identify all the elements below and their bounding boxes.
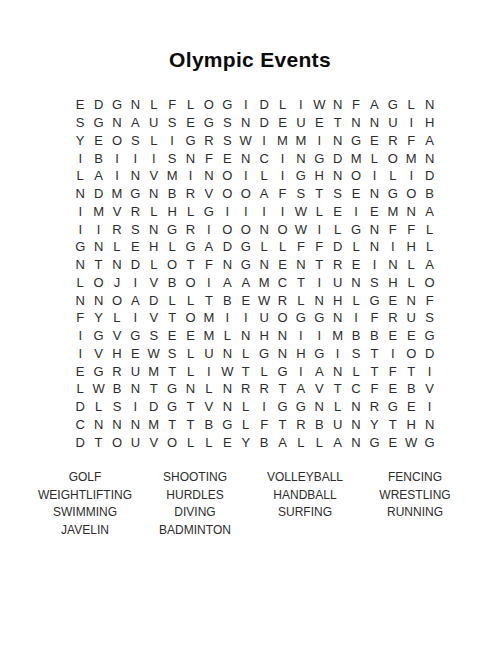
grid-cell-r10c8: F <box>200 256 218 274</box>
grid-cell-r4c20: N <box>420 149 438 167</box>
grid-cell-r14c5: S <box>145 327 163 345</box>
grid-cell-r10c9: N <box>218 256 236 274</box>
grid-cell-r18c8: V <box>200 398 218 416</box>
grid-cell-r2c9: S <box>218 114 236 132</box>
grid-cell-r8c15: L <box>328 220 346 238</box>
grid-cell-r19c2: N <box>89 416 107 434</box>
grid-cell-r12c2: N <box>89 291 107 309</box>
grid-cell-r9c9: D <box>218 238 236 256</box>
grid-cell-r1c6: F <box>163 96 181 114</box>
grid-cell-r10c6: O <box>163 256 181 274</box>
word-item-volleyball: VOLLEYBALL <box>250 469 360 487</box>
grid-cell-r17c5: T <box>145 380 163 398</box>
grid-cell-r15c5: W <box>145 345 163 363</box>
grid-cell-r17c7: N <box>181 380 199 398</box>
grid-cell-r8c18: F <box>384 220 402 238</box>
grid-cell-r16c4: U <box>126 362 144 380</box>
grid-cell-r6c9: O <box>218 185 236 203</box>
grid-cell-r16c9: W <box>218 362 236 380</box>
grid-cell-r9c2: N <box>89 238 107 256</box>
grid-cell-r9c3: L <box>108 238 126 256</box>
grid-cell-r9c6: L <box>163 238 181 256</box>
grid-cell-r3c16: G <box>347 132 365 150</box>
grid-cell-r12c18: E <box>384 291 402 309</box>
grid-cell-r7c7: L <box>181 203 199 221</box>
grid-cell-r4c12: I <box>273 149 291 167</box>
grid-cell-r10c16: E <box>347 256 365 274</box>
grid-cell-r2c4: A <box>126 114 144 132</box>
grid-cell-r1c14: W <box>310 96 328 114</box>
grid-cell-r15c1: I <box>71 345 89 363</box>
word-item-fencing: FENCING <box>360 469 470 487</box>
grid-cell-r17c9: N <box>218 380 236 398</box>
grid-cell-r12c10: E <box>237 291 255 309</box>
grid-cell-r20c1: D <box>71 433 89 451</box>
grid-cell-r10c15: R <box>328 256 346 274</box>
grid-cell-r2c16: N <box>347 114 365 132</box>
grid-cell-r16c14: A <box>310 362 328 380</box>
grid-cell-r10c10: G <box>237 256 255 274</box>
grid-cell-r19c6: T <box>163 416 181 434</box>
grid-cell-r2c2: G <box>89 114 107 132</box>
grid-cell-r17c12: T <box>273 380 291 398</box>
grid-cell-r13c20: S <box>420 309 438 327</box>
grid-cell-r15c13: H <box>292 345 310 363</box>
grid-cell-r18c9: N <box>218 398 236 416</box>
grid-cell-r15c20: D <box>420 345 438 363</box>
grid-cell-r3c9: S <box>218 132 236 150</box>
grid-cell-r14c12: N <box>273 327 291 345</box>
grid-cell-r10c1: N <box>71 256 89 274</box>
grid-cell-r10c2: T <box>89 256 107 274</box>
grid-cell-r3c4: S <box>126 132 144 150</box>
grid-cell-r7c1: I <box>71 203 89 221</box>
grid-cell-r6c12: F <box>273 185 291 203</box>
grid-cell-r18c1: D <box>71 398 89 416</box>
grid-cell-r17c6: G <box>163 380 181 398</box>
grid-cell-r6c10: O <box>237 185 255 203</box>
grid-cell-r6c11: A <box>255 185 273 203</box>
grid-cell-r14c16: B <box>347 327 365 345</box>
grid-cell-r14c18: E <box>384 327 402 345</box>
grid-cell-r6c13: S <box>292 185 310 203</box>
grid-cell-r1c11: D <box>255 96 273 114</box>
grid-cell-r3c1: Y <box>71 132 89 150</box>
grid-cell-r13c14: G <box>310 309 328 327</box>
grid-cell-r16c8: I <box>200 362 218 380</box>
grid-cell-r14c11: H <box>255 327 273 345</box>
grid-cell-r4c18: O <box>384 149 402 167</box>
grid-cell-r4c11: C <box>255 149 273 167</box>
grid-cell-r5c11: L <box>255 167 273 185</box>
grid-cell-r14c15: M <box>328 327 346 345</box>
grid-cell-r1c2: D <box>89 96 107 114</box>
grid-cell-r9c7: G <box>181 238 199 256</box>
grid-cell-r4c1: I <box>71 149 89 167</box>
grid-cell-r8c2: I <box>89 220 107 238</box>
grid-cell-r16c15: N <box>328 362 346 380</box>
grid-cell-r11c8: I <box>200 274 218 292</box>
grid-cell-r8c7: R <box>181 220 199 238</box>
grid-cell-r2c12: E <box>273 114 291 132</box>
grid-cell-r16c5: M <box>145 362 163 380</box>
grid-cell-r8c16: G <box>347 220 365 238</box>
grid-cell-r10c18: N <box>384 256 402 274</box>
grid-cell-r20c20: G <box>420 433 438 451</box>
grid-cell-r13c16: I <box>347 309 365 327</box>
grid-cell-r12c11: W <box>255 291 273 309</box>
grid-cell-r3c10: W <box>237 132 255 150</box>
grid-cell-r6c18: G <box>384 185 402 203</box>
grid-cell-r8c13: W <box>292 220 310 238</box>
grid-cell-r20c17: G <box>365 433 383 451</box>
grid-cell-r6c5: N <box>145 185 163 203</box>
grid-cell-r15c6: S <box>163 345 181 363</box>
grid-cell-r18c2: L <box>89 398 107 416</box>
grid-cell-r5c2: A <box>89 167 107 185</box>
grid-cell-r20c11: B <box>255 433 273 451</box>
grid-cell-r1c17: A <box>365 96 383 114</box>
grid-cell-r14c20: G <box>420 327 438 345</box>
grid-cell-r12c8: T <box>200 291 218 309</box>
grid-cell-r8c20: L <box>420 220 438 238</box>
grid-cell-r8c1: I <box>71 220 89 238</box>
grid-cell-r16c16: L <box>347 362 365 380</box>
grid-cell-r12c14: N <box>310 291 328 309</box>
grid-cell-r14c6: E <box>163 327 181 345</box>
grid-cell-r19c19: H <box>402 416 420 434</box>
grid-cell-r18c14: N <box>310 398 328 416</box>
grid-cell-r14c4: G <box>126 327 144 345</box>
grid-cell-r2c11: D <box>255 114 273 132</box>
grid-cell-r17c20: V <box>420 380 438 398</box>
grid-cell-r9c19: H <box>402 238 420 256</box>
grid-cell-r4c16: M <box>347 149 365 167</box>
grid-cell-r15c19: O <box>402 345 420 363</box>
grid-cell-r8c12: O <box>273 220 291 238</box>
grid-cell-r11c19: L <box>402 274 420 292</box>
grid-cell-r3c11: I <box>255 132 273 150</box>
grid-cell-r1c8: O <box>200 96 218 114</box>
grid-cell-r20c5: V <box>145 433 163 451</box>
grid-cell-r5c15: N <box>328 167 346 185</box>
grid-cell-r9c5: H <box>145 238 163 256</box>
grid-cell-r3c20: A <box>420 132 438 150</box>
grid-cell-r11c2: O <box>89 274 107 292</box>
grid-cell-r20c9: E <box>218 433 236 451</box>
grid-cell-r7c13: W <box>292 203 310 221</box>
grid-cell-r12c9: B <box>218 291 236 309</box>
grid-cell-r9c16: L <box>347 238 365 256</box>
grid-cell-r19c14: B <box>310 416 328 434</box>
grid-cell-r2c8: G <box>200 114 218 132</box>
grid-cell-r16c3: R <box>108 362 126 380</box>
grid-cell-r16c13: I <box>292 362 310 380</box>
grid-cell-r2c13: U <box>292 114 310 132</box>
grid-cell-r3c2: E <box>89 132 107 150</box>
grid-cell-r16c19: T <box>402 362 420 380</box>
grid-cell-r4c9: E <box>218 149 236 167</box>
grid-cell-r13c11: U <box>255 309 273 327</box>
grid-cell-r16c1: E <box>71 362 89 380</box>
grid-cell-r20c7: L <box>181 433 199 451</box>
grid-cell-r17c14: V <box>310 380 328 398</box>
grid-cell-r7c8: G <box>200 203 218 221</box>
grid-cell-r6c14: T <box>310 185 328 203</box>
grid-cell-r3c14: I <box>310 132 328 150</box>
grid-cell-r1c7: L <box>181 96 199 114</box>
grid-cell-r12c13: L <box>292 291 310 309</box>
grid-cell-r12c16: L <box>347 291 365 309</box>
grid-cell-r14c1: I <box>71 327 89 345</box>
grid-cell-r20c12: A <box>273 433 291 451</box>
grid-cell-r6c3: M <box>108 185 126 203</box>
word-list-column-2: SHOOTINGHURDLESDIVINGBADMINTON <box>140 469 250 540</box>
grid-cell-r18c3: S <box>108 398 126 416</box>
grid-cell-r11c1: L <box>71 274 89 292</box>
grid-cell-r19c11: F <box>255 416 273 434</box>
grid-cell-r19c13: R <box>292 416 310 434</box>
grid-cell-r4c2: B <box>89 149 107 167</box>
grid-cell-r5c12: I <box>273 167 291 185</box>
word-item-javelin: JAVELIN <box>30 522 140 540</box>
grid-cell-r13c2: Y <box>89 309 107 327</box>
grid-cell-r1c1: E <box>71 96 89 114</box>
grid-cell-r12c12: R <box>273 291 291 309</box>
word-item-surfing: SURFING <box>250 504 360 522</box>
grid-cell-r16c12: G <box>273 362 291 380</box>
grid-cell-r19c15: U <box>328 416 346 434</box>
grid-cell-r6c2: D <box>89 185 107 203</box>
grid-cell-r7c15: E <box>328 203 346 221</box>
grid-cell-r16c17: T <box>365 362 383 380</box>
grid-cell-r18c4: I <box>126 398 144 416</box>
grid-cell-r9c17: N <box>365 238 383 256</box>
grid-cell-r7c11: I <box>255 203 273 221</box>
word-item-weightlifting: WEIGHTLIFTING <box>30 487 140 505</box>
grid-cell-r18c18: G <box>384 398 402 416</box>
grid-cell-r7c5: L <box>145 203 163 221</box>
grid-cell-r18c20: I <box>420 398 438 416</box>
grid-cell-r11c4: I <box>126 274 144 292</box>
grid-cell-r3c12: M <box>273 132 291 150</box>
grid-cell-r11c3: J <box>108 274 126 292</box>
grid-cell-r20c18: E <box>384 433 402 451</box>
grid-cell-r18c16: N <box>347 398 365 416</box>
grid-cell-r6c4: G <box>126 185 144 203</box>
grid-cell-r8c6: G <box>163 220 181 238</box>
grid-cell-r5c7: I <box>181 167 199 185</box>
grid-cell-r16c18: F <box>384 362 402 380</box>
grid-cell-r7c2: M <box>89 203 107 221</box>
grid-cell-r13c8: M <box>200 309 218 327</box>
grid-cell-r14c17: B <box>365 327 383 345</box>
grid-cell-r7c10: I <box>237 203 255 221</box>
grid-cell-r7c14: L <box>310 203 328 221</box>
grid-cell-r10c11: N <box>255 256 273 274</box>
grid-cell-r10c3: N <box>108 256 126 274</box>
grid-cell-r2c1: S <box>71 114 89 132</box>
grid-cell-r7c17: E <box>365 203 383 221</box>
grid-cell-r3c7: G <box>181 132 199 150</box>
grid-cell-r8c3: R <box>108 220 126 238</box>
grid-cell-r9c12: L <box>273 238 291 256</box>
grid-cell-r14c3: V <box>108 327 126 345</box>
grid-cell-r20c15: A <box>328 433 346 451</box>
grid-cell-r4c5: I <box>145 149 163 167</box>
grid-cell-r17c18: E <box>384 380 402 398</box>
grid-cell-r9c1: G <box>71 238 89 256</box>
grid-cell-r1c3: G <box>108 96 126 114</box>
grid-cell-r1c13: I <box>292 96 310 114</box>
grid-cell-r5c5: V <box>145 167 163 185</box>
grid-cell-r8c17: N <box>365 220 383 238</box>
grid-cell-r18c6: G <box>163 398 181 416</box>
grid-cell-r14c7: E <box>181 327 199 345</box>
grid-cell-r3c17: E <box>365 132 383 150</box>
grid-cell-r9c18: I <box>384 238 402 256</box>
grid-cell-r6c19: O <box>402 185 420 203</box>
grid-cell-r15c8: U <box>200 345 218 363</box>
grid-cell-r5c9: O <box>218 167 236 185</box>
grid-cell-r3c13: M <box>292 132 310 150</box>
grid-cell-r18c5: D <box>145 398 163 416</box>
grid-cell-r4c15: D <box>328 149 346 167</box>
grid-cell-r10c5: L <box>145 256 163 274</box>
grid-cell-r18c15: L <box>328 398 346 416</box>
grid-cell-r19c8: B <box>200 416 218 434</box>
grid-cell-r12c4: A <box>126 291 144 309</box>
grid-cell-r20c13: L <box>292 433 310 451</box>
grid-cell-r15c15: I <box>328 345 346 363</box>
grid-cell-r15c16: S <box>347 345 365 363</box>
grid-cell-r19c17: Y <box>365 416 383 434</box>
grid-cell-r16c11: L <box>255 362 273 380</box>
grid-cell-r3c3: O <box>108 132 126 150</box>
word-item-wrestling: WRESTLING <box>360 487 470 505</box>
grid-cell-r10c13: N <box>292 256 310 274</box>
word-list-column-1: GOLFWEIGHTLIFTINGSWIMMINGJAVELIN <box>30 469 140 540</box>
grid-cell-r18c11: I <box>255 398 273 416</box>
grid-cell-r15c10: L <box>237 345 255 363</box>
word-item-golf: GOLF <box>30 469 140 487</box>
grid-cell-r15c9: N <box>218 345 236 363</box>
grid-cell-r9c20: L <box>420 238 438 256</box>
grid-cell-r13c5: V <box>145 309 163 327</box>
grid-cell-r20c19: W <box>402 433 420 451</box>
grid-cell-r18c10: L <box>237 398 255 416</box>
grid-cell-r1c20: N <box>420 96 438 114</box>
grid-cell-r2c14: E <box>310 114 328 132</box>
grid-cell-r17c17: F <box>365 380 383 398</box>
grid-cell-r14c8: M <box>200 327 218 345</box>
grid-cell-r20c3: O <box>108 433 126 451</box>
grid-cell-r11c5: V <box>145 274 163 292</box>
grid-cell-r8c4: S <box>126 220 144 238</box>
word-item-diving: DIVING <box>140 504 250 522</box>
grid-cell-r5c18: L <box>384 167 402 185</box>
grid-cell-r2c3: N <box>108 114 126 132</box>
grid-cell-r1c12: L <box>273 96 291 114</box>
grid-cell-r13c10: I <box>237 309 255 327</box>
grid-cell-r19c20: N <box>420 416 438 434</box>
grid-cell-r9c4: E <box>126 238 144 256</box>
grid-cell-r20c14: L <box>310 433 328 451</box>
word-item-hurdles: HURDLES <box>140 487 250 505</box>
grid-cell-r8c14: I <box>310 220 328 238</box>
grid-cell-r1c10: I <box>237 96 255 114</box>
grid-cell-r12c19: N <box>402 291 420 309</box>
grid-cell-r2c19: I <box>402 114 420 132</box>
grid-cell-r17c2: W <box>89 380 107 398</box>
grid-cell-r5c20: D <box>420 167 438 185</box>
grid-cell-r11c12: C <box>273 274 291 292</box>
grid-cell-r2c6: S <box>163 114 181 132</box>
grid-cell-r15c17: T <box>365 345 383 363</box>
grid-cell-r13c18: R <box>384 309 402 327</box>
grid-cell-r5c1: L <box>71 167 89 185</box>
grid-cell-r6c7: R <box>181 185 199 203</box>
grid-cell-r3c6: I <box>163 132 181 150</box>
grid-cell-r17c19: B <box>402 380 420 398</box>
puzzle-title: Olympic Events <box>0 48 500 72</box>
grid-cell-r11c17: S <box>365 274 383 292</box>
grid-cell-r15c7: L <box>181 345 199 363</box>
grid-cell-r7c4: R <box>126 203 144 221</box>
grid-cell-r5c6: M <box>163 167 181 185</box>
grid-cell-r12c7: L <box>181 291 199 309</box>
grid-cell-r7c9: I <box>218 203 236 221</box>
grid-cell-r4c13: N <box>292 149 310 167</box>
grid-cell-r6c16: E <box>347 185 365 203</box>
grid-cell-r2c10: N <box>237 114 255 132</box>
grid-cell-r2c7: E <box>181 114 199 132</box>
grid-cell-r11c6: B <box>163 274 181 292</box>
grid-cell-r13c7: O <box>181 309 199 327</box>
grid-cell-r15c18: I <box>384 345 402 363</box>
grid-cell-r11c11: M <box>255 274 273 292</box>
grid-cell-r13c6: T <box>163 309 181 327</box>
word-item-shooting: SHOOTING <box>140 469 250 487</box>
word-item-badminton: BADMINTON <box>140 522 250 540</box>
grid-cell-r19c3: N <box>108 416 126 434</box>
grid-cell-r11c20: O <box>420 274 438 292</box>
grid-cell-r7c18: M <box>384 203 402 221</box>
grid-cell-r15c14: G <box>310 345 328 363</box>
grid-cell-r15c11: G <box>255 345 273 363</box>
word-search-grid: EDGNLFLOGIDLIWNFAGLNSGNAUSEGSNDEUETNNUIH… <box>71 96 439 451</box>
grid-cell-r9c8: A <box>200 238 218 256</box>
grid-cell-r8c8: I <box>200 220 218 238</box>
grid-cell-r20c4: U <box>126 433 144 451</box>
grid-cell-r15c12: N <box>273 345 291 363</box>
grid-cell-r13c4: I <box>126 309 144 327</box>
grid-cell-r4c14: G <box>310 149 328 167</box>
grid-cell-r9c10: G <box>237 238 255 256</box>
grid-cell-r16c20: I <box>420 362 438 380</box>
grid-cell-r4c7: N <box>181 149 199 167</box>
grid-cell-r8c5: N <box>145 220 163 238</box>
grid-cell-r4c17: L <box>365 149 383 167</box>
grid-cell-r12c5: D <box>145 291 163 309</box>
grid-cell-r11c16: N <box>347 274 365 292</box>
grid-cell-r7c6: H <box>163 203 181 221</box>
grid-cell-r20c16: N <box>347 433 365 451</box>
grid-cell-r14c9: L <box>218 327 236 345</box>
grid-cell-r6c20: B <box>420 185 438 203</box>
grid-cell-r18c19: E <box>402 398 420 416</box>
grid-cell-r2c15: T <box>328 114 346 132</box>
